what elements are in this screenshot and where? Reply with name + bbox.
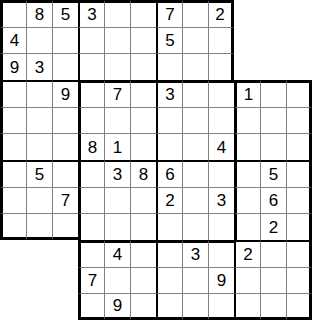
sudoku-cell[interactable] xyxy=(130,27,156,54)
sudoku-cell[interactable] xyxy=(234,267,260,294)
sudoku-cell[interactable] xyxy=(182,53,208,80)
sudoku-cell[interactable] xyxy=(234,107,260,134)
sudoku-cell[interactable] xyxy=(78,107,104,134)
sudoku-cell[interactable] xyxy=(130,293,156,320)
sudoku-cell[interactable] xyxy=(78,293,104,320)
sudoku-cell[interactable] xyxy=(0,133,26,160)
sudoku-cell[interactable] xyxy=(286,240,312,267)
sudoku-cell-given[interactable]: 3 xyxy=(208,187,234,214)
sudoku-cell[interactable] xyxy=(78,187,104,214)
sudoku-cell-given[interactable]: 3 xyxy=(104,160,130,187)
sudoku-cell[interactable] xyxy=(130,0,156,27)
sudoku-cell[interactable] xyxy=(260,133,286,160)
sudoku-cell[interactable] xyxy=(286,160,312,187)
sudoku-cell[interactable] xyxy=(0,80,26,107)
sudoku-cell[interactable] xyxy=(0,0,26,27)
sudoku-cell-given[interactable]: 2 xyxy=(234,240,260,267)
sudoku-cell[interactable] xyxy=(26,27,52,54)
sudoku-cell-given[interactable]: 9 xyxy=(0,53,26,80)
outside-area xyxy=(286,27,312,54)
sudoku-cell[interactable] xyxy=(286,267,312,294)
sudoku-cell[interactable] xyxy=(260,293,286,320)
sudoku-cell-given[interactable]: 8 xyxy=(26,0,52,27)
sudoku-cell-given[interactable]: 8 xyxy=(78,133,104,160)
sudoku-cell[interactable] xyxy=(78,213,104,240)
sudoku-cell[interactable] xyxy=(286,133,312,160)
sudoku-cell-given[interactable]: 5 xyxy=(260,160,286,187)
outside-area xyxy=(0,267,26,294)
outside-area xyxy=(234,53,260,80)
sudoku-cell[interactable] xyxy=(0,160,26,187)
sudoku-cell[interactable] xyxy=(208,53,234,80)
sudoku-cell[interactable] xyxy=(52,160,78,187)
sudoku-cell-given[interactable]: 7 xyxy=(104,80,130,107)
sudoku-cell[interactable] xyxy=(286,107,312,134)
sudoku-cell[interactable] xyxy=(52,27,78,54)
outside-area xyxy=(260,53,286,80)
sudoku-cell[interactable] xyxy=(78,53,104,80)
sudoku-cell-given[interactable]: 8 xyxy=(130,160,156,187)
sudoku-board: 85372459397318145386572362432799 xyxy=(0,0,312,320)
sudoku-cell[interactable] xyxy=(52,53,78,80)
sudoku-cell[interactable] xyxy=(104,27,130,54)
sudoku-cell[interactable] xyxy=(156,53,182,80)
sudoku-cell[interactable] xyxy=(234,293,260,320)
sudoku-cell-given[interactable]: 5 xyxy=(156,27,182,54)
outside-area xyxy=(52,293,78,320)
sudoku-cell[interactable] xyxy=(234,160,260,187)
sudoku-cell[interactable] xyxy=(78,160,104,187)
sudoku-cell[interactable] xyxy=(182,80,208,107)
sudoku-cell[interactable] xyxy=(208,107,234,134)
sudoku-cell[interactable] xyxy=(104,187,130,214)
sudoku-cell[interactable] xyxy=(182,293,208,320)
sudoku-cell-given[interactable]: 3 xyxy=(26,53,52,80)
sudoku-cell-given[interactable]: 6 xyxy=(156,160,182,187)
sudoku-cell[interactable] xyxy=(156,240,182,267)
sudoku-cell-given[interactable]: 3 xyxy=(78,0,104,27)
sudoku-cell-given[interactable]: 4 xyxy=(0,27,26,54)
outside-area xyxy=(260,0,286,27)
sudoku-cell[interactable] xyxy=(156,107,182,134)
sudoku-cell-given[interactable]: 9 xyxy=(52,80,78,107)
sudoku-cell[interactable] xyxy=(182,187,208,214)
sudoku-cell[interactable] xyxy=(130,213,156,240)
sudoku-cell[interactable] xyxy=(0,213,26,240)
sudoku-cell[interactable] xyxy=(52,107,78,134)
sudoku-cell[interactable] xyxy=(208,213,234,240)
sudoku-cell[interactable] xyxy=(156,293,182,320)
sudoku-cell[interactable] xyxy=(286,80,312,107)
sudoku-cell-given[interactable]: 2 xyxy=(260,213,286,240)
sudoku-cell-given[interactable]: 2 xyxy=(156,187,182,214)
sudoku-cell[interactable] xyxy=(208,160,234,187)
sudoku-cell-given[interactable]: 1 xyxy=(234,80,260,107)
outside-area xyxy=(52,267,78,294)
sudoku-cell[interactable] xyxy=(156,133,182,160)
sudoku-cell[interactable] xyxy=(182,107,208,134)
sudoku-cell-given[interactable]: 3 xyxy=(156,80,182,107)
sudoku-cell[interactable] xyxy=(286,293,312,320)
sudoku-cell[interactable] xyxy=(260,107,286,134)
outside-area xyxy=(52,240,78,267)
sudoku-cell[interactable] xyxy=(286,187,312,214)
sudoku-cell[interactable] xyxy=(286,213,312,240)
sudoku-cell-given[interactable]: 2 xyxy=(208,0,234,27)
sudoku-cell-given[interactable]: 9 xyxy=(208,267,234,294)
sudoku-cell[interactable] xyxy=(208,80,234,107)
sudoku-cell-given[interactable]: 5 xyxy=(26,160,52,187)
sudoku-cell[interactable] xyxy=(52,213,78,240)
sudoku-cell[interactable] xyxy=(260,240,286,267)
sudoku-cell[interactable] xyxy=(78,80,104,107)
outside-area xyxy=(286,0,312,27)
outside-area xyxy=(0,293,26,320)
sudoku-cell[interactable] xyxy=(260,80,286,107)
sudoku-cell[interactable] xyxy=(182,160,208,187)
sudoku-cell[interactable] xyxy=(234,187,260,214)
sudoku-cell-given[interactable]: 1 xyxy=(104,133,130,160)
sudoku-cell[interactable] xyxy=(104,53,130,80)
sudoku-cell-given[interactable]: 7 xyxy=(156,0,182,27)
sudoku-cell[interactable] xyxy=(208,27,234,54)
outside-area xyxy=(286,53,312,80)
sudoku-cell-given[interactable]: 7 xyxy=(78,267,104,294)
outside-area xyxy=(26,240,52,267)
sudoku-cell-given[interactable]: 5 xyxy=(52,0,78,27)
sudoku-cell[interactable] xyxy=(182,0,208,27)
outside-area xyxy=(26,267,52,294)
sudoku-cell[interactable] xyxy=(26,80,52,107)
outside-area xyxy=(234,0,260,27)
sudoku-cell[interactable] xyxy=(130,53,156,80)
outside-area xyxy=(26,293,52,320)
sudoku-cell[interactable] xyxy=(182,27,208,54)
sudoku-cell[interactable] xyxy=(156,267,182,294)
sudoku-cell-given[interactable]: 6 xyxy=(260,187,286,214)
sudoku-cell[interactable] xyxy=(26,187,52,214)
outside-area xyxy=(0,240,26,267)
sudoku-cell[interactable] xyxy=(0,187,26,214)
sudoku-cell[interactable] xyxy=(182,213,208,240)
sudoku-cell[interactable] xyxy=(182,133,208,160)
sudoku-cell[interactable] xyxy=(26,133,52,160)
sudoku-cell-given[interactable]: 4 xyxy=(104,240,130,267)
sudoku-cell[interactable] xyxy=(182,267,208,294)
sudoku-cell[interactable] xyxy=(26,213,52,240)
sudoku-cell[interactable] xyxy=(0,107,26,134)
sudoku-cell[interactable] xyxy=(104,107,130,134)
sudoku-cell-given[interactable]: 4 xyxy=(208,133,234,160)
sudoku-cell[interactable] xyxy=(104,213,130,240)
sudoku-cell[interactable] xyxy=(78,27,104,54)
sudoku-cell[interactable] xyxy=(130,187,156,214)
sudoku-cell[interactable] xyxy=(130,267,156,294)
sudoku-cell[interactable] xyxy=(26,107,52,134)
outside-area xyxy=(234,27,260,54)
sudoku-cell[interactable] xyxy=(52,133,78,160)
sudoku-cell[interactable] xyxy=(130,107,156,134)
sudoku-cell[interactable] xyxy=(104,267,130,294)
sudoku-cell[interactable] xyxy=(156,213,182,240)
sudoku-cell-given[interactable]: 7 xyxy=(52,187,78,214)
sudoku-cell[interactable] xyxy=(234,213,260,240)
sudoku-cell[interactable] xyxy=(130,133,156,160)
sudoku-cell[interactable] xyxy=(78,240,104,267)
sudoku-cell[interactable] xyxy=(234,133,260,160)
sudoku-cell[interactable] xyxy=(260,267,286,294)
outside-area xyxy=(260,27,286,54)
sudoku-cell[interactable] xyxy=(104,0,130,27)
sudoku-cell[interactable] xyxy=(130,240,156,267)
sudoku-cell-given[interactable]: 3 xyxy=(182,240,208,267)
sudoku-cell[interactable] xyxy=(208,240,234,267)
sudoku-cell-given[interactable]: 9 xyxy=(104,293,130,320)
sudoku-cell[interactable] xyxy=(130,80,156,107)
sudoku-cell[interactable] xyxy=(208,293,234,320)
